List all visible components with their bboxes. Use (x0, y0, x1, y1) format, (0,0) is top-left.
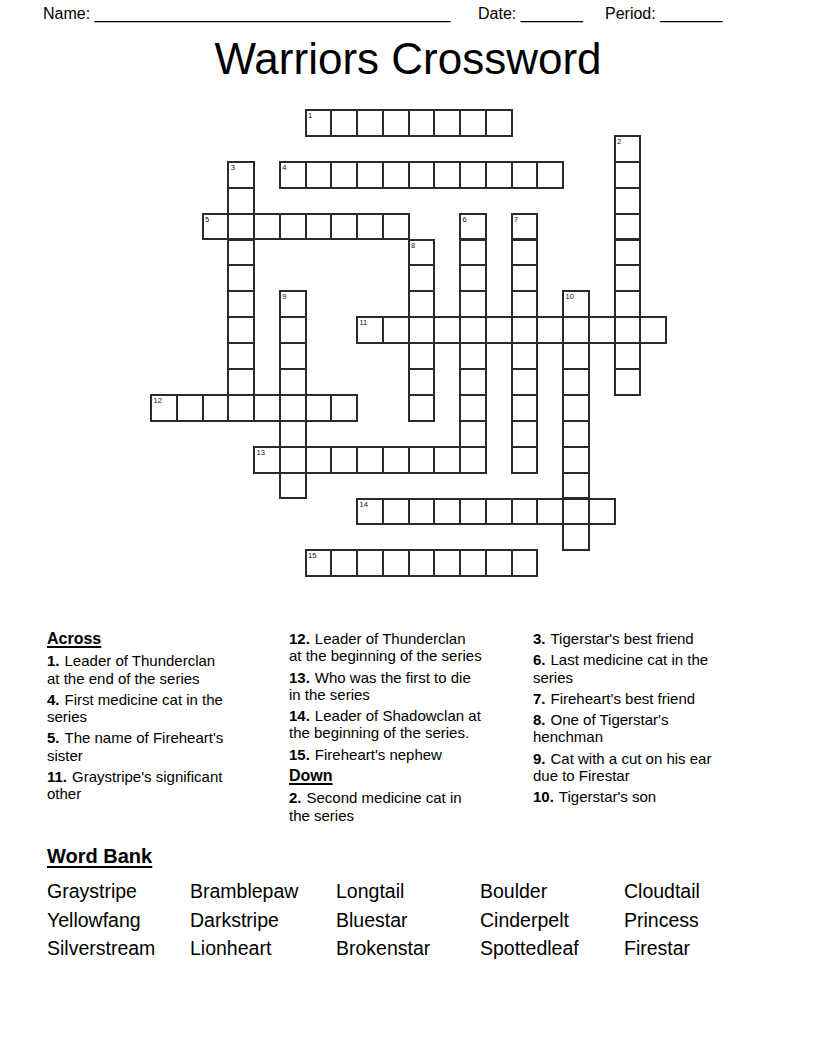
word-bank-heading: Word Bank (47, 844, 787, 868)
grid-cell[interactable] (459, 109, 487, 137)
grid-cell[interactable] (536, 161, 564, 189)
grid-cell[interactable] (408, 394, 436, 422)
grid-cell[interactable] (614, 161, 642, 189)
clue-item: 15.Fireheart's nephew (289, 746, 532, 763)
grid-cell[interactable] (511, 316, 539, 344)
cell-clue-number: 15 (308, 551, 316, 560)
grid-cell[interactable] (433, 549, 461, 577)
cell-clue-number: 8 (411, 241, 415, 250)
grid-cell[interactable] (227, 213, 255, 241)
grid-cell[interactable] (459, 549, 487, 577)
grid-cell[interactable] (511, 394, 539, 422)
clue-item: 9.Cat with a cut on his ear due to Fires… (533, 750, 783, 785)
word-bank-item: Lionheart (190, 934, 336, 963)
clue-item: 6.Last medicine cat in the series (533, 651, 783, 686)
word-bank-item: Darkstripe (190, 906, 336, 935)
clue-number: 5. (47, 729, 60, 746)
grid-cell[interactable] (511, 498, 539, 526)
clue-column-2: 12.Leader of Thunderclan at the beginnin… (289, 630, 532, 828)
grid-cell[interactable] (459, 420, 487, 448)
grid-cell[interactable] (408, 498, 436, 526)
clue-text: The name of Fireheart's sister (47, 729, 223, 763)
grid-cell[interactable] (511, 420, 539, 448)
grid-cell[interactable] (330, 446, 358, 474)
clue-text: Fireheart's best friend (551, 690, 696, 707)
grid-cell[interactable] (382, 316, 410, 344)
grid-cell[interactable] (459, 342, 487, 370)
clue-number: 2. (289, 789, 302, 806)
word-bank-item: Firestar (624, 934, 787, 963)
grid-cell[interactable] (562, 472, 590, 500)
clue-text: Tigerstar's best friend (551, 630, 694, 647)
clue-item: 12.Leader of Thunderclan at the beginnin… (289, 630, 532, 665)
grid-cell[interactable] (433, 161, 461, 189)
grid-cell[interactable] (562, 394, 590, 422)
grid-cell[interactable] (614, 187, 642, 215)
grid-cell[interactable] (253, 394, 281, 422)
clue-item: 1.Leader of Thunderclan at the end of th… (47, 652, 287, 687)
word-bank-item: Brokenstar (336, 934, 480, 963)
clue-text: Fireheart's nephew (315, 746, 442, 763)
grid-cell[interactable] (459, 264, 487, 292)
cell-clue-number: 3 (231, 163, 235, 172)
clues-section-header: Down (289, 767, 532, 784)
clue-number: 1. (47, 652, 60, 669)
grid-cell[interactable] (511, 290, 539, 318)
clues-section-header: Across (47, 630, 287, 647)
cell-clue-number: 6 (463, 215, 467, 224)
clue-item: 8.One of Tigerstar's henchman (533, 711, 783, 746)
clue-number: 3. (533, 630, 546, 647)
name-field: Name: __________________________________… (43, 4, 451, 24)
grid-cell[interactable] (279, 446, 307, 474)
grid-cell[interactable]: 15 (305, 549, 333, 577)
cell-clue-number: 7 (514, 215, 518, 224)
grid-cell[interactable] (382, 498, 410, 526)
grid-cell[interactable] (562, 420, 590, 448)
cell-clue-number: 13 (257, 448, 265, 457)
cell-clue-number: 9 (282, 292, 286, 301)
grid-cell[interactable]: 2 (614, 135, 642, 163)
clue-number: 12. (289, 630, 310, 647)
grid-cell[interactable] (330, 109, 358, 137)
worksheet-page: Name: __________________________________… (0, 0, 816, 1056)
clue-number: 13. (289, 669, 310, 686)
clue-column-3: 3.Tigerstar's best friend6.Last medicine… (533, 630, 783, 810)
grid-cell[interactable] (408, 109, 436, 137)
grid-cell[interactable] (227, 368, 255, 396)
clue-item: 13.Who was the first to die in the serie… (289, 669, 532, 704)
grid-cell[interactable] (639, 316, 667, 344)
grid-cell[interactable] (330, 394, 358, 422)
grid-cell[interactable]: 12 (150, 394, 178, 422)
grid-cell[interactable]: 14 (356, 498, 384, 526)
word-bank: Word Bank GraystripeBramblepawLongtailBo… (47, 844, 787, 963)
grid-cell[interactable] (485, 161, 513, 189)
grid-cell[interactable]: 1 (305, 109, 333, 137)
grid-cell[interactable]: 9 (279, 290, 307, 318)
grid-cell[interactable] (562, 342, 590, 370)
grid-cell[interactable] (511, 446, 539, 474)
grid-cell[interactable] (459, 498, 487, 526)
grid-cell[interactable] (279, 213, 307, 241)
clue-text: Last medicine cat in the series (533, 651, 708, 685)
grid-cell[interactable] (511, 368, 539, 396)
grid-cell[interactable] (227, 290, 255, 318)
grid-cell[interactable] (279, 368, 307, 396)
grid-cell[interactable] (536, 498, 564, 526)
grid-cell[interactable] (408, 161, 436, 189)
grid-cell[interactable] (279, 394, 307, 422)
grid-cell[interactable] (279, 316, 307, 344)
clue-item: 14.Leader of Shadowclan at the beginning… (289, 707, 532, 742)
grid-cell[interactable] (562, 498, 590, 526)
grid-cell[interactable] (227, 187, 255, 215)
cell-clue-number: 12 (154, 396, 162, 405)
grid-cell[interactable] (459, 316, 487, 344)
date-label: Date: (478, 5, 516, 22)
grid-cell[interactable] (485, 316, 513, 344)
grid-cell[interactable] (433, 446, 461, 474)
grid-cell[interactable] (511, 239, 539, 267)
grid-cell[interactable] (408, 446, 436, 474)
grid-cell[interactable]: 4 (279, 161, 307, 189)
grid-cell[interactable]: 8 (408, 239, 436, 267)
grid-cell[interactable] (305, 161, 333, 189)
grid-cell[interactable] (382, 446, 410, 474)
grid-cell[interactable] (408, 549, 436, 577)
clue-item: 4.First medicine cat in the series (47, 691, 287, 726)
clue-column-1: Across1.Leader of Thunderclan at the end… (47, 630, 287, 807)
grid-cell[interactable] (614, 316, 642, 344)
grid-cell[interactable] (562, 446, 590, 474)
clue-number: 11. (47, 768, 67, 785)
clue-item: 10.Tigerstar's son (533, 788, 783, 805)
grid-cell[interactable] (227, 264, 255, 292)
grid-cell[interactable] (227, 342, 255, 370)
clue-text: Second medicine cat in the series (289, 789, 462, 823)
clue-number: 14. (289, 707, 310, 724)
grid-cell[interactable] (356, 549, 384, 577)
grid-cell[interactable] (614, 342, 642, 370)
grid-cell[interactable] (433, 498, 461, 526)
grid-cell[interactable] (562, 316, 590, 344)
grid-cell[interactable]: 3 (227, 161, 255, 189)
clue-number: 7. (533, 690, 546, 707)
word-bank-item: Boulder (480, 877, 624, 906)
grid-cell[interactable] (536, 316, 564, 344)
grid-cell[interactable] (485, 109, 513, 137)
cell-clue-number: 4 (282, 163, 286, 172)
word-bank-item: Graystripe (47, 877, 190, 906)
word-bank-item: Cinderpelt (480, 906, 624, 935)
cell-clue-number: 5 (205, 215, 209, 224)
grid-cell[interactable] (305, 394, 333, 422)
grid-cell[interactable] (408, 368, 436, 396)
grid-cell[interactable] (382, 109, 410, 137)
grid-cell[interactable] (305, 213, 333, 241)
grid-cell[interactable] (485, 549, 513, 577)
grid-cell[interactable] (227, 239, 255, 267)
cell-clue-number: 14 (360, 500, 368, 509)
grid-cell[interactable] (588, 316, 616, 344)
grid-cell[interactable] (330, 549, 358, 577)
grid-cell[interactable] (176, 394, 204, 422)
date-blank-line: _______ (521, 5, 583, 22)
grid-cell[interactable] (382, 161, 410, 189)
clue-number: 15. (289, 746, 310, 763)
clue-text: Leader of Thunderclan at the beginning o… (289, 630, 482, 664)
crossword-grid: 123456789101112131415 (150, 109, 670, 579)
clue-item: 3.Tigerstar's best friend (533, 630, 783, 647)
word-bank-item: Bramblepaw (190, 877, 336, 906)
clue-number: 9. (533, 750, 546, 767)
clue-number: 4. (47, 691, 60, 708)
grid-cell[interactable] (408, 342, 436, 370)
word-bank-item: Princess (624, 906, 787, 935)
date-field: Date: _______ (478, 4, 583, 24)
grid-cell[interactable] (511, 549, 539, 577)
cell-clue-number: 2 (617, 137, 621, 146)
grid-cell[interactable] (356, 161, 384, 189)
grid-cell[interactable]: 7 (511, 213, 539, 241)
grid-cell[interactable] (356, 213, 384, 241)
grid-cell[interactable] (459, 239, 487, 267)
clue-text: One of Tigerstar's henchman (533, 711, 668, 745)
grid-cell[interactable] (279, 420, 307, 448)
word-bank-item: Yellowfang (47, 906, 190, 935)
cell-clue-number: 11 (360, 318, 368, 327)
clue-text: Leader of Thunderclan at the end of the … (47, 652, 215, 686)
grid-cell[interactable] (614, 264, 642, 292)
clue-text: Leader of Shadowclan at the beginning of… (289, 707, 481, 741)
clue-text: Cat with a cut on his ear due to Firesta… (533, 750, 711, 784)
grid-cell[interactable] (330, 213, 358, 241)
grid-cell[interactable] (227, 394, 255, 422)
clue-item: 11.Graystripe's significant other (47, 768, 287, 803)
grid-cell[interactable] (279, 342, 307, 370)
grid-cell[interactable] (305, 446, 333, 474)
clue-text: First medicine cat in the series (47, 691, 223, 725)
page-title: Warriors Crossword (0, 33, 816, 85)
grid-cell[interactable] (253, 213, 281, 241)
grid-cell[interactable]: 6 (459, 213, 487, 241)
grid-cell[interactable] (408, 290, 436, 318)
cell-clue-number: 10 (566, 292, 574, 301)
grid-cell[interactable]: 10 (562, 290, 590, 318)
clue-number: 8. (533, 711, 546, 728)
grid-cell[interactable] (562, 368, 590, 396)
grid-cell[interactable] (459, 161, 487, 189)
grid-cell[interactable] (614, 239, 642, 267)
word-bank-item: Silverstream (47, 934, 190, 963)
grid-cell[interactable] (330, 161, 358, 189)
grid-cell[interactable] (382, 549, 410, 577)
grid-cell[interactable] (279, 472, 307, 500)
grid-cell[interactable] (356, 446, 384, 474)
period-blank-line: _______ (660, 5, 722, 22)
grid-cell[interactable] (459, 368, 487, 396)
word-bank-item: Longtail (336, 877, 480, 906)
grid-cell[interactable] (511, 342, 539, 370)
grid-cell[interactable] (511, 161, 539, 189)
grid-cell[interactable] (227, 316, 255, 344)
grid-cell[interactable]: 5 (202, 213, 230, 241)
grid-cell[interactable] (614, 290, 642, 318)
grid-cell[interactable] (562, 523, 590, 551)
clue-item: 2.Second medicine cat in the series (289, 789, 532, 824)
grid-cell[interactable] (614, 368, 642, 396)
clue-text: Who was the first to die in the series (289, 669, 471, 703)
period-label: Period: (605, 5, 656, 22)
word-bank-item: Cloudtail (624, 877, 787, 906)
grid-cell[interactable] (202, 394, 230, 422)
grid-cell[interactable] (433, 316, 461, 344)
clue-number: 6. (533, 651, 546, 668)
grid-cell[interactable]: 13 (253, 446, 281, 474)
grid-cell[interactable] (511, 264, 539, 292)
grid-cell[interactable] (382, 213, 410, 241)
name-label: Name: (43, 5, 90, 22)
clue-item: 5.The name of Fireheart's sister (47, 729, 287, 764)
clue-text: Tigerstar's son (559, 788, 656, 805)
grid-cell[interactable] (433, 109, 461, 137)
clue-number: 10. (533, 788, 554, 805)
grid-cell[interactable] (356, 109, 384, 137)
clue-text: Graystripe's significant other (47, 768, 222, 802)
grid-cell[interactable] (408, 316, 436, 344)
name-blank-line: ________________________________________ (95, 5, 451, 22)
word-bank-item: Bluestar (336, 906, 480, 935)
word-bank-grid: GraystripeBramblepawLongtailBoulderCloud… (47, 877, 787, 963)
clue-item: 7.Fireheart's best friend (533, 690, 783, 707)
period-field: Period: _______ (605, 4, 722, 24)
cell-clue-number: 1 (308, 111, 312, 120)
grid-cell[interactable]: 11 (356, 316, 384, 344)
grid-cell[interactable] (459, 394, 487, 422)
grid-cell[interactable] (459, 446, 487, 474)
word-bank-item: Spottedleaf (480, 934, 624, 963)
grid-cell[interactable] (485, 498, 513, 526)
grid-cell[interactable] (588, 498, 616, 526)
grid-cell[interactable] (408, 264, 436, 292)
grid-cell[interactable] (459, 290, 487, 318)
grid-cell[interactable] (614, 213, 642, 241)
